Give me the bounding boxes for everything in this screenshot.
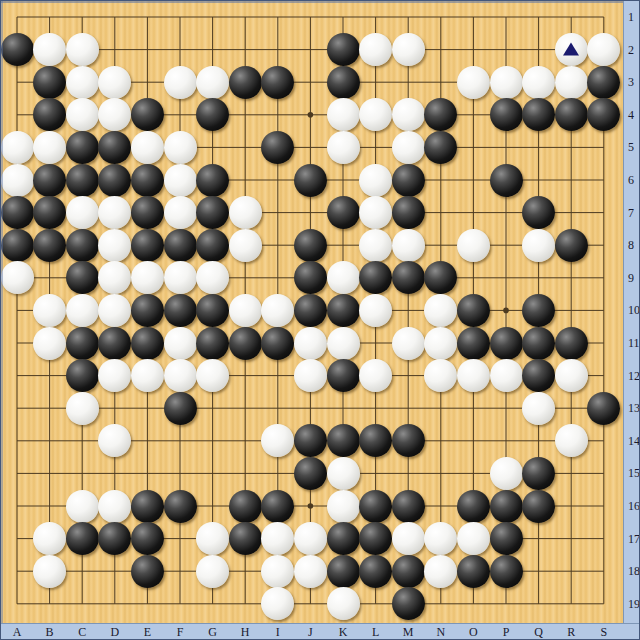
stone-K11-white[interactable] bbox=[327, 327, 360, 360]
stone-M18-black[interactable] bbox=[392, 555, 425, 588]
stone-K2-black[interactable] bbox=[327, 33, 360, 66]
stone-C8-black[interactable] bbox=[66, 229, 99, 262]
stone-K10-black[interactable] bbox=[327, 294, 360, 327]
stone-F6-white[interactable] bbox=[164, 164, 197, 197]
left-edge-divider bbox=[1, 1, 3, 640]
stone-M9-black[interactable] bbox=[392, 261, 425, 294]
stone-O17-white[interactable] bbox=[457, 522, 490, 555]
stone-N18-white[interactable] bbox=[424, 555, 457, 588]
stone-I5-black[interactable] bbox=[261, 131, 294, 164]
stone-C17-black[interactable] bbox=[66, 522, 99, 555]
stone-D8-white[interactable] bbox=[98, 229, 131, 262]
stone-Q15-black[interactable] bbox=[522, 457, 555, 490]
stone-C10-white[interactable] bbox=[66, 294, 99, 327]
stone-H7-white[interactable] bbox=[229, 196, 262, 229]
stone-C4-white[interactable] bbox=[66, 98, 99, 131]
row-label-4: 4 bbox=[628, 107, 634, 122]
top-edge-divider bbox=[1, 1, 640, 3]
stone-C13-white[interactable] bbox=[66, 392, 99, 425]
col-label-I: I bbox=[276, 625, 280, 640]
stone-N11-white[interactable] bbox=[424, 327, 457, 360]
stone-B6-black[interactable] bbox=[33, 164, 66, 197]
stone-J17-white[interactable] bbox=[294, 522, 327, 555]
stone-B8-black[interactable] bbox=[33, 229, 66, 262]
stone-C9-black[interactable] bbox=[66, 261, 99, 294]
row-label-11: 11 bbox=[628, 336, 640, 351]
row-label-6: 6 bbox=[628, 173, 634, 188]
stone-Q11-black[interactable] bbox=[522, 327, 555, 360]
stone-K16-white[interactable] bbox=[327, 490, 360, 523]
col-label-O: O bbox=[469, 625, 478, 640]
stone-B11-white[interactable] bbox=[33, 327, 66, 360]
stone-F7-white[interactable] bbox=[164, 196, 197, 229]
stone-D5-black[interactable] bbox=[98, 131, 131, 164]
stone-D10-white[interactable] bbox=[98, 294, 131, 327]
row-label-strip: 12345678910111213141516171819 bbox=[623, 1, 640, 623]
stone-J11-white[interactable] bbox=[294, 327, 327, 360]
col-label-B: B bbox=[46, 625, 54, 640]
row-label-5: 5 bbox=[628, 140, 634, 155]
stone-H8-white[interactable] bbox=[229, 229, 262, 262]
stone-M19-black[interactable] bbox=[392, 587, 425, 620]
stone-L8-white[interactable] bbox=[359, 229, 392, 262]
stone-B18-white[interactable] bbox=[33, 555, 66, 588]
col-label-K: K bbox=[339, 625, 348, 640]
stone-G7-black[interactable] bbox=[196, 196, 229, 229]
stone-K4-white[interactable] bbox=[327, 98, 360, 131]
stone-J9-black[interactable] bbox=[294, 261, 327, 294]
stone-K18-black[interactable] bbox=[327, 555, 360, 588]
stone-J12-white[interactable] bbox=[294, 359, 327, 392]
stone-Q16-black[interactable] bbox=[522, 490, 555, 523]
stone-E7-black[interactable] bbox=[131, 196, 164, 229]
col-label-S: S bbox=[600, 625, 607, 640]
row-label-9: 9 bbox=[628, 270, 634, 285]
col-label-L: L bbox=[372, 625, 379, 640]
stone-Q8-white[interactable] bbox=[522, 229, 555, 262]
stone-I16-black[interactable] bbox=[261, 490, 294, 523]
stone-Q3-white[interactable] bbox=[522, 66, 555, 99]
stone-L17-black[interactable] bbox=[359, 522, 392, 555]
stone-M17-white[interactable] bbox=[392, 522, 425, 555]
row-label-13: 13 bbox=[628, 401, 640, 416]
col-label-G: G bbox=[208, 625, 217, 640]
stone-E6-black[interactable] bbox=[131, 164, 164, 197]
stone-R8-black[interactable] bbox=[555, 229, 588, 262]
stone-O11-black[interactable] bbox=[457, 327, 490, 360]
stone-M14-black[interactable] bbox=[392, 424, 425, 457]
stone-E18-black[interactable] bbox=[131, 555, 164, 588]
row-label-15: 15 bbox=[628, 466, 640, 481]
row-label-8: 8 bbox=[628, 238, 634, 253]
stone-L7-white[interactable] bbox=[359, 196, 392, 229]
stone-C5-black[interactable] bbox=[66, 131, 99, 164]
col-label-D: D bbox=[110, 625, 119, 640]
stone-K12-black[interactable] bbox=[327, 359, 360, 392]
stone-G12-white[interactable] bbox=[196, 359, 229, 392]
stone-O18-black[interactable] bbox=[457, 555, 490, 588]
row-label-12: 12 bbox=[628, 368, 640, 383]
row-label-7: 7 bbox=[628, 205, 634, 220]
stone-M5-white[interactable] bbox=[392, 131, 425, 164]
stone-M11-white[interactable] bbox=[392, 327, 425, 360]
stone-L16-black[interactable] bbox=[359, 490, 392, 523]
stone-R14-white[interactable] bbox=[555, 424, 588, 457]
row-label-3: 3 bbox=[628, 75, 634, 90]
stone-E16-black[interactable] bbox=[131, 490, 164, 523]
goban-frame: ABCDEFGHIJKLMNOPQRS 12345678910111213141… bbox=[0, 0, 640, 640]
stone-P11-black[interactable] bbox=[490, 327, 523, 360]
stone-I18-white[interactable] bbox=[261, 555, 294, 588]
row-label-19: 19 bbox=[628, 596, 640, 611]
stone-D16-white[interactable] bbox=[98, 490, 131, 523]
stone-Q12-black[interactable] bbox=[522, 359, 555, 392]
stone-C12-black[interactable] bbox=[66, 359, 99, 392]
col-label-H: H bbox=[241, 625, 250, 640]
stone-R2-white[interactable] bbox=[555, 33, 588, 66]
stone-C3-white[interactable] bbox=[66, 66, 99, 99]
stone-P3-white[interactable] bbox=[490, 66, 523, 99]
stone-I10-white[interactable] bbox=[261, 294, 294, 327]
stone-I11-black[interactable] bbox=[261, 327, 294, 360]
column-label-strip: ABCDEFGHIJKLMNOPQRS bbox=[1, 623, 640, 640]
stone-G11-black[interactable] bbox=[196, 327, 229, 360]
stone-B3-black[interactable] bbox=[33, 66, 66, 99]
stone-F10-black[interactable] bbox=[164, 294, 197, 327]
col-label-Q: Q bbox=[534, 625, 543, 640]
stone-F16-black[interactable] bbox=[164, 490, 197, 523]
stone-P15-white[interactable] bbox=[490, 457, 523, 490]
stone-M8-white[interactable] bbox=[392, 229, 425, 262]
triangle-marker-icon bbox=[563, 42, 579, 55]
stone-A8-black[interactable] bbox=[1, 229, 34, 262]
stone-J15-black[interactable] bbox=[294, 457, 327, 490]
stone-L18-black[interactable] bbox=[359, 555, 392, 588]
stone-I3-black[interactable] bbox=[261, 66, 294, 99]
stone-S13-black[interactable] bbox=[587, 392, 620, 425]
stone-F5-white[interactable] bbox=[164, 131, 197, 164]
stone-A6-white[interactable] bbox=[1, 164, 34, 197]
stone-Q13-white[interactable] bbox=[522, 392, 555, 425]
row-label-14: 14 bbox=[628, 433, 640, 448]
stone-A7-black[interactable] bbox=[1, 196, 34, 229]
stone-M2-white[interactable] bbox=[392, 33, 425, 66]
stone-D6-black[interactable] bbox=[98, 164, 131, 197]
stone-P18-black[interactable] bbox=[490, 555, 523, 588]
stone-O8-white[interactable] bbox=[457, 229, 490, 262]
stone-K7-black[interactable] bbox=[327, 196, 360, 229]
stone-L2-white[interactable] bbox=[359, 33, 392, 66]
stone-K15-white[interactable] bbox=[327, 457, 360, 490]
stone-H16-black[interactable] bbox=[229, 490, 262, 523]
stone-M16-black[interactable] bbox=[392, 490, 425, 523]
row-label-18: 18 bbox=[628, 564, 640, 579]
goban[interactable] bbox=[1, 1, 623, 623]
stone-O3-white[interactable] bbox=[457, 66, 490, 99]
col-label-M: M bbox=[403, 625, 414, 640]
stone-K19-white[interactable] bbox=[327, 587, 360, 620]
stone-L6-white[interactable] bbox=[359, 164, 392, 197]
stone-A9-white[interactable] bbox=[1, 261, 34, 294]
stone-K9-white[interactable] bbox=[327, 261, 360, 294]
stone-N10-white[interactable] bbox=[424, 294, 457, 327]
stone-F11-white[interactable] bbox=[164, 327, 197, 360]
stone-L10-white[interactable] bbox=[359, 294, 392, 327]
stone-M7-black[interactable] bbox=[392, 196, 425, 229]
stone-G3-white[interactable] bbox=[196, 66, 229, 99]
stone-G10-black[interactable] bbox=[196, 294, 229, 327]
stone-G17-white[interactable] bbox=[196, 522, 229, 555]
stone-G18-white[interactable] bbox=[196, 555, 229, 588]
stone-H17-black[interactable] bbox=[229, 522, 262, 555]
stone-B10-white[interactable] bbox=[33, 294, 66, 327]
col-label-N: N bbox=[436, 625, 445, 640]
stone-A5-white[interactable] bbox=[1, 131, 34, 164]
stone-J6-black[interactable] bbox=[294, 164, 327, 197]
stone-E10-black[interactable] bbox=[131, 294, 164, 327]
row-label-10: 10 bbox=[628, 303, 640, 318]
stone-F3-white[interactable] bbox=[164, 66, 197, 99]
stone-D3-white[interactable] bbox=[98, 66, 131, 99]
stone-B7-black[interactable] bbox=[33, 196, 66, 229]
stone-F8-black[interactable] bbox=[164, 229, 197, 262]
col-label-R: R bbox=[567, 625, 575, 640]
stone-B2-white[interactable] bbox=[33, 33, 66, 66]
stone-E12-white[interactable] bbox=[131, 359, 164, 392]
stone-L12-white[interactable] bbox=[359, 359, 392, 392]
stone-D11-black[interactable] bbox=[98, 327, 131, 360]
stone-K14-black[interactable] bbox=[327, 424, 360, 457]
stone-O12-white[interactable] bbox=[457, 359, 490, 392]
stone-P17-black[interactable] bbox=[490, 522, 523, 555]
stone-G8-black[interactable] bbox=[196, 229, 229, 262]
stone-E9-white[interactable] bbox=[131, 261, 164, 294]
row-label-16: 16 bbox=[628, 499, 640, 514]
stone-Q7-black[interactable] bbox=[522, 196, 555, 229]
stone-P16-black[interactable] bbox=[490, 490, 523, 523]
stone-K5-white[interactable] bbox=[327, 131, 360, 164]
stone-G6-black[interactable] bbox=[196, 164, 229, 197]
row-label-1: 1 bbox=[628, 10, 634, 25]
stone-R4-black[interactable] bbox=[555, 98, 588, 131]
stone-M4-white[interactable] bbox=[392, 98, 425, 131]
col-label-A: A bbox=[13, 625, 22, 640]
stone-J8-black[interactable] bbox=[294, 229, 327, 262]
stone-R11-black[interactable] bbox=[555, 327, 588, 360]
stone-C11-black[interactable] bbox=[66, 327, 99, 360]
stone-B5-white[interactable] bbox=[33, 131, 66, 164]
stone-C16-white[interactable] bbox=[66, 490, 99, 523]
stone-F13-black[interactable] bbox=[164, 392, 197, 425]
stone-J10-black[interactable] bbox=[294, 294, 327, 327]
stone-B17-white[interactable] bbox=[33, 522, 66, 555]
stone-Q10-black[interactable] bbox=[522, 294, 555, 327]
stone-R3-white[interactable] bbox=[555, 66, 588, 99]
stone-J14-black[interactable] bbox=[294, 424, 327, 457]
stone-H11-black[interactable] bbox=[229, 327, 262, 360]
stone-A2-black[interactable] bbox=[1, 33, 34, 66]
stone-P6-black[interactable] bbox=[490, 164, 523, 197]
stone-F9-white[interactable] bbox=[164, 261, 197, 294]
stone-R12-white[interactable] bbox=[555, 359, 588, 392]
stone-H3-black[interactable] bbox=[229, 66, 262, 99]
stone-O16-black[interactable] bbox=[457, 490, 490, 523]
row-label-17: 17 bbox=[628, 531, 640, 546]
stone-E4-black[interactable] bbox=[131, 98, 164, 131]
stone-C2-white[interactable] bbox=[66, 33, 99, 66]
stone-S3-black[interactable] bbox=[587, 66, 620, 99]
stone-K17-black[interactable] bbox=[327, 522, 360, 555]
stone-E11-black[interactable] bbox=[131, 327, 164, 360]
stone-P12-white[interactable] bbox=[490, 359, 523, 392]
stone-K3-black[interactable] bbox=[327, 66, 360, 99]
col-label-E: E bbox=[144, 625, 151, 640]
col-label-F: F bbox=[177, 625, 184, 640]
stone-O10-black[interactable] bbox=[457, 294, 490, 327]
stone-M6-black[interactable] bbox=[392, 164, 425, 197]
stone-P4-black[interactable] bbox=[490, 98, 523, 131]
stone-E17-black[interactable] bbox=[131, 522, 164, 555]
row-label-2: 2 bbox=[628, 42, 634, 57]
stone-E8-black[interactable] bbox=[131, 229, 164, 262]
stone-C7-white[interactable] bbox=[66, 196, 99, 229]
stone-H10-white[interactable] bbox=[229, 294, 262, 327]
col-label-J: J bbox=[308, 625, 313, 640]
stone-C6-black[interactable] bbox=[66, 164, 99, 197]
stone-J18-white[interactable] bbox=[294, 555, 327, 588]
stone-F12-white[interactable] bbox=[164, 359, 197, 392]
stone-N5-black[interactable] bbox=[424, 131, 457, 164]
stone-E5-white[interactable] bbox=[131, 131, 164, 164]
col-label-C: C bbox=[78, 625, 86, 640]
col-label-P: P bbox=[503, 625, 510, 640]
